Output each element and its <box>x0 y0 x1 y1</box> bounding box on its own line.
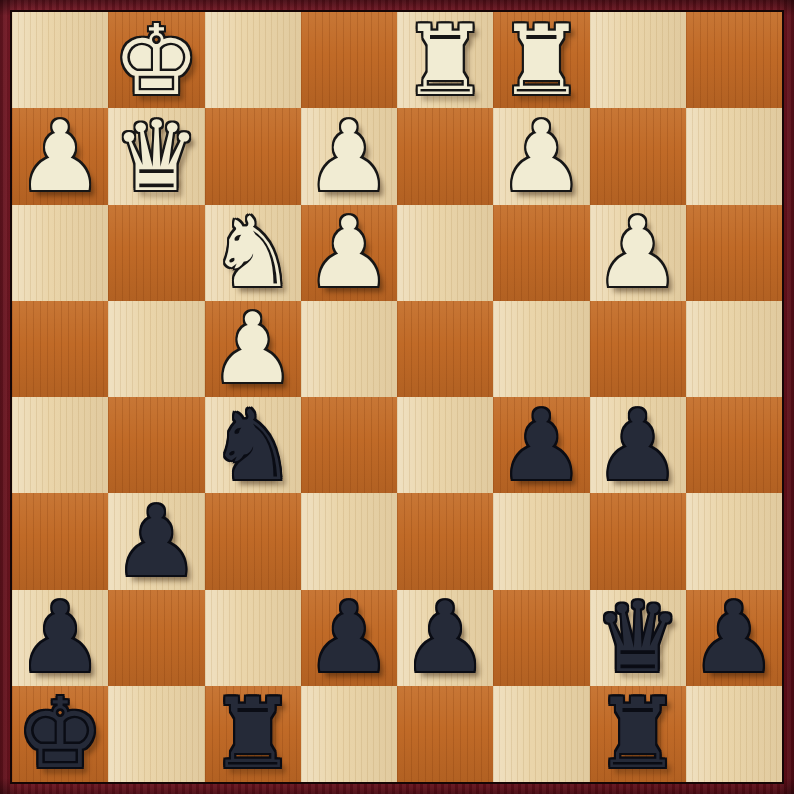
piece-black-queen[interactable]: ♛ <box>590 590 686 686</box>
square-f6[interactable] <box>493 205 589 301</box>
square-d5[interactable] <box>301 301 397 397</box>
square-f5[interactable] <box>493 301 589 397</box>
square-f4[interactable]: ♟ <box>493 397 589 493</box>
square-h3[interactable] <box>686 493 782 589</box>
piece-black-pawn[interactable]: ♟ <box>493 397 589 493</box>
piece-black-rook[interactable]: ♜ <box>590 686 686 782</box>
square-e7[interactable] <box>397 108 493 204</box>
square-e3[interactable] <box>397 493 493 589</box>
square-h4[interactable] <box>686 397 782 493</box>
square-a7[interactable]: ♟ <box>12 108 108 204</box>
piece-white-pawn[interactable]: ♟ <box>493 108 589 204</box>
square-h7[interactable] <box>686 108 782 204</box>
square-e6[interactable] <box>397 205 493 301</box>
piece-black-pawn[interactable]: ♟ <box>301 590 397 686</box>
piece-black-king[interactable]: ♚ <box>12 686 108 782</box>
square-h6[interactable] <box>686 205 782 301</box>
square-f8[interactable]: ♜ <box>493 12 589 108</box>
square-d3[interactable] <box>301 493 397 589</box>
square-c6[interactable]: ♞ <box>205 205 301 301</box>
square-a3[interactable] <box>12 493 108 589</box>
piece-white-king[interactable]: ♚ <box>108 12 204 108</box>
piece-white-rook[interactable]: ♜ <box>397 12 493 108</box>
square-h2[interactable]: ♟ <box>686 590 782 686</box>
square-d7[interactable]: ♟ <box>301 108 397 204</box>
square-d8[interactable] <box>301 12 397 108</box>
piece-black-pawn[interactable]: ♟ <box>108 493 204 589</box>
square-a1[interactable]: ♚ <box>12 686 108 782</box>
square-d2[interactable]: ♟ <box>301 590 397 686</box>
square-g7[interactable] <box>590 108 686 204</box>
board: ♚♜♜♟♛♟♟♞♟♟♟♞♟♟♟♟♟♟♛♟♚♜♜ <box>12 12 782 782</box>
piece-white-pawn[interactable]: ♟ <box>301 108 397 204</box>
square-e4[interactable] <box>397 397 493 493</box>
square-h8[interactable] <box>686 12 782 108</box>
square-a8[interactable] <box>12 12 108 108</box>
square-e1[interactable] <box>397 686 493 782</box>
square-c4[interactable]: ♞ <box>205 397 301 493</box>
square-f1[interactable] <box>493 686 589 782</box>
piece-black-pawn[interactable]: ♟ <box>590 397 686 493</box>
square-e2[interactable]: ♟ <box>397 590 493 686</box>
square-b7[interactable]: ♛ <box>108 108 204 204</box>
piece-white-queen[interactable]: ♛ <box>108 108 204 204</box>
square-b3[interactable]: ♟ <box>108 493 204 589</box>
square-g5[interactable] <box>590 301 686 397</box>
board-frame: ♚♜♜♟♛♟♟♞♟♟♟♞♟♟♟♟♟♟♛♟♚♜♜ <box>0 0 794 794</box>
square-b1[interactable] <box>108 686 204 782</box>
square-d6[interactable]: ♟ <box>301 205 397 301</box>
square-c5[interactable]: ♟ <box>205 301 301 397</box>
square-d4[interactable] <box>301 397 397 493</box>
square-g6[interactable]: ♟ <box>590 205 686 301</box>
piece-white-pawn[interactable]: ♟ <box>12 108 108 204</box>
square-g4[interactable]: ♟ <box>590 397 686 493</box>
piece-black-pawn[interactable]: ♟ <box>12 590 108 686</box>
square-b2[interactable] <box>108 590 204 686</box>
square-b5[interactable] <box>108 301 204 397</box>
piece-white-pawn[interactable]: ♟ <box>301 205 397 301</box>
square-a4[interactable] <box>12 397 108 493</box>
piece-black-pawn[interactable]: ♟ <box>686 590 782 686</box>
square-f3[interactable] <box>493 493 589 589</box>
square-e5[interactable] <box>397 301 493 397</box>
piece-white-pawn[interactable]: ♟ <box>590 205 686 301</box>
square-a2[interactable]: ♟ <box>12 590 108 686</box>
square-b6[interactable] <box>108 205 204 301</box>
square-b4[interactable] <box>108 397 204 493</box>
square-f2[interactable] <box>493 590 589 686</box>
square-g2[interactable]: ♛ <box>590 590 686 686</box>
piece-white-knight[interactable]: ♞ <box>205 205 301 301</box>
square-c8[interactable] <box>205 12 301 108</box>
square-g3[interactable] <box>590 493 686 589</box>
square-h1[interactable] <box>686 686 782 782</box>
square-c3[interactable] <box>205 493 301 589</box>
square-c2[interactable] <box>205 590 301 686</box>
square-c1[interactable]: ♜ <box>205 686 301 782</box>
board-inner-border: ♚♜♜♟♛♟♟♞♟♟♟♞♟♟♟♟♟♟♛♟♚♜♜ <box>10 10 784 784</box>
square-e8[interactable]: ♜ <box>397 12 493 108</box>
square-a5[interactable] <box>12 301 108 397</box>
piece-black-pawn[interactable]: ♟ <box>397 590 493 686</box>
piece-black-knight[interactable]: ♞ <box>205 397 301 493</box>
piece-white-rook[interactable]: ♜ <box>493 12 589 108</box>
square-b8[interactable]: ♚ <box>108 12 204 108</box>
square-h5[interactable] <box>686 301 782 397</box>
square-f7[interactable]: ♟ <box>493 108 589 204</box>
square-a6[interactable] <box>12 205 108 301</box>
square-d1[interactable] <box>301 686 397 782</box>
square-g8[interactable] <box>590 12 686 108</box>
square-c7[interactable] <box>205 108 301 204</box>
piece-black-rook[interactable]: ♜ <box>205 686 301 782</box>
piece-white-pawn[interactable]: ♟ <box>205 301 301 397</box>
square-g1[interactable]: ♜ <box>590 686 686 782</box>
